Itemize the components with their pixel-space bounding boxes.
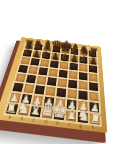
square-e1[interactable]: ♚	[53, 108, 66, 121]
square-f1[interactable]: ♝	[65, 109, 77, 122]
white-pawn: ♟	[9, 92, 20, 104]
chess-board: ♜♞♝♛♚♝♞♜♟♟♟♟♟♟♟♟♟♟♟♟♟♟♟♟♜♞♝♛♚♝♞♜ abcdefg…	[0, 37, 107, 133]
white-pawn: ♟	[32, 95, 43, 107]
square-f2[interactable]: ♟	[66, 98, 78, 110]
square-d4[interactable]	[46, 76, 58, 87]
square-g3[interactable]	[77, 89, 88, 101]
square-g2[interactable]: ♟	[77, 100, 89, 112]
square-a4[interactable]	[14, 73, 27, 83]
white-pawn: ♟	[21, 93, 32, 105]
white-pawn: ♟	[90, 102, 101, 114]
white-pawn: ♟	[44, 96, 55, 108]
square-c1[interactable]: ♝	[29, 105, 43, 118]
white-pawn: ♟	[67, 99, 78, 111]
board-scene: ♜♞♝♛♚♝♞♜♟♟♟♟♟♟♟♟♟♟♟♟♟♟♟♟♜♞♝♛♚♝♞♜ abcdefg…	[0, 9, 114, 143]
white-pawn: ♟	[78, 100, 89, 112]
square-b1[interactable]: ♞	[17, 104, 31, 117]
chess-set-photo: ♜♞♝♛♚♝♞♜♟♟♟♟♟♟♟♟♟♟♟♟♟♟♟♟♜♞♝♛♚♝♞♜ abcdefg…	[0, 0, 114, 144]
board-grid: ♜♞♝♛♚♝♞♜♟♟♟♟♟♟♟♟♟♟♟♟♟♟♟♟♜♞♝♛♚♝♞♜	[3, 41, 102, 127]
square-g1[interactable]: ♞	[77, 111, 89, 125]
white-pawn: ♟	[55, 98, 66, 110]
